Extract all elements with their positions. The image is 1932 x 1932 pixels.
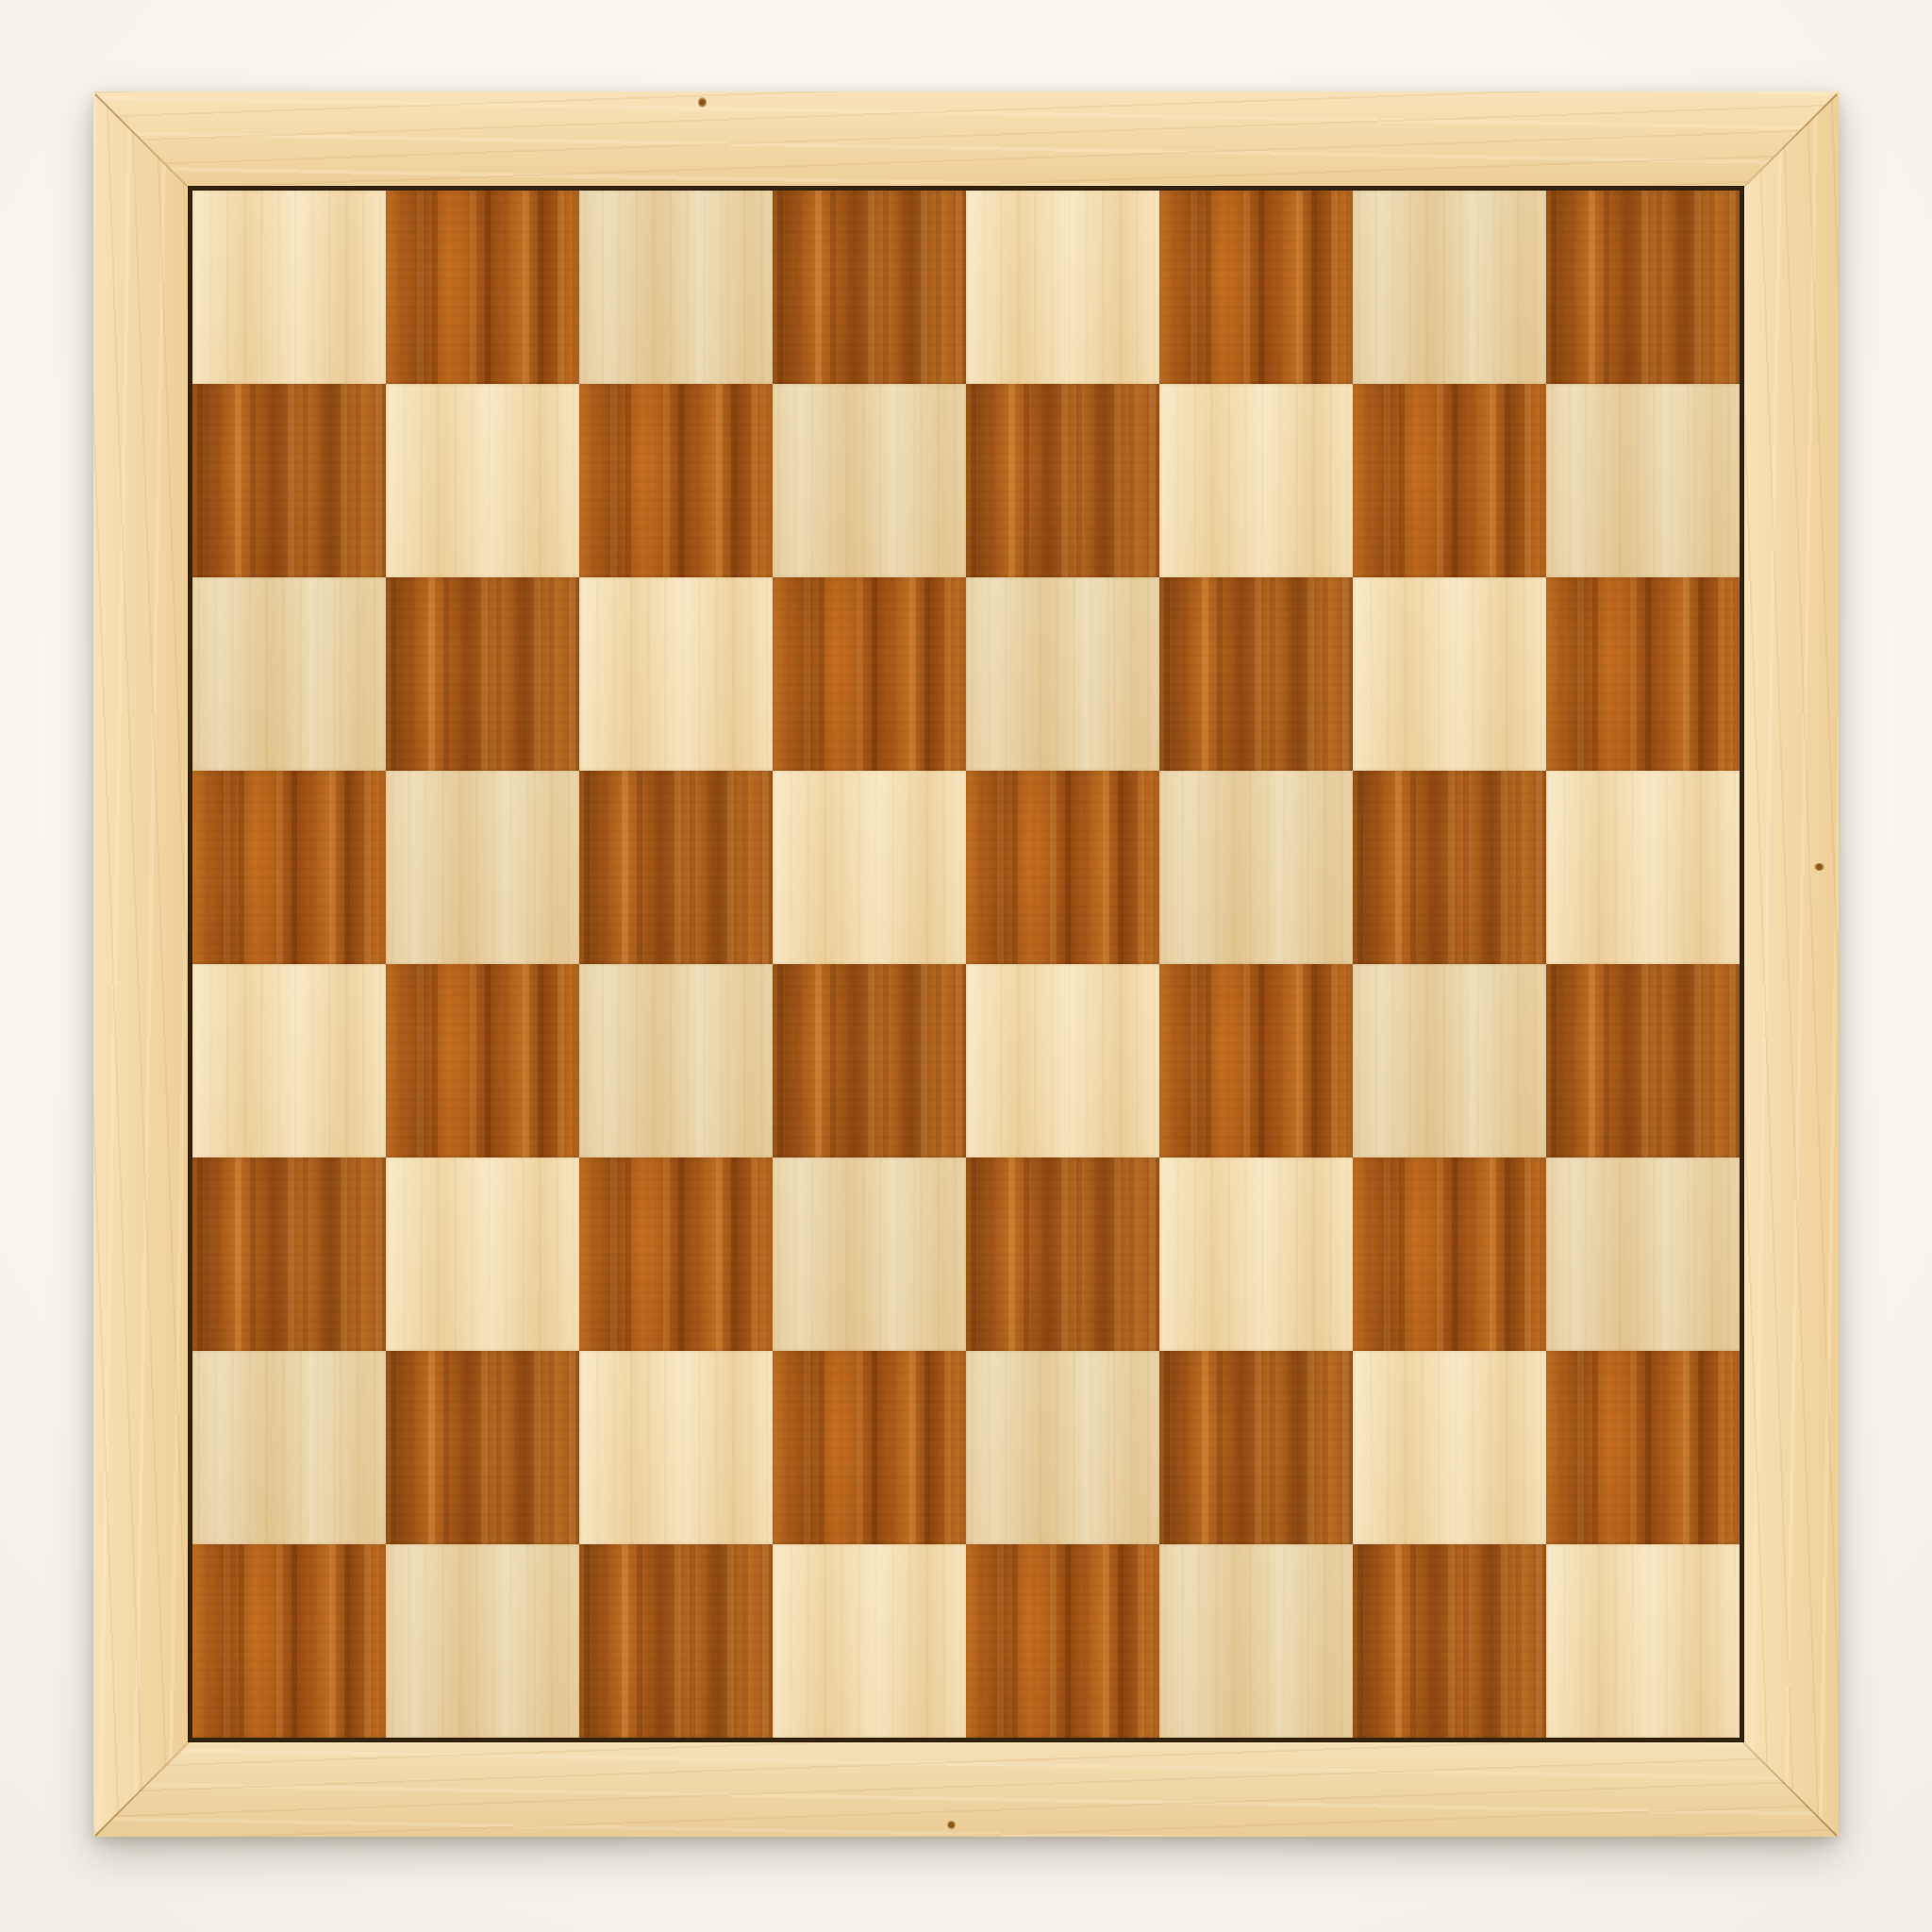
square-d5[interactable] [773,771,966,964]
square-d1[interactable] [773,1544,966,1738]
square-a5[interactable] [192,771,386,964]
square-g3[interactable] [1353,1158,1546,1351]
square-b4[interactable] [386,964,579,1158]
square-e8[interactable] [966,191,1159,384]
square-a6[interactable] [192,577,386,771]
square-c4[interactable] [579,964,773,1158]
square-e7[interactable] [966,384,1159,577]
square-d6[interactable] [773,577,966,771]
square-h6[interactable] [1546,577,1740,771]
square-f7[interactable] [1159,384,1353,577]
square-e4[interactable] [966,964,1159,1158]
square-h8[interactable] [1546,191,1740,384]
square-h1[interactable] [1546,1544,1740,1738]
square-a8[interactable] [192,191,386,384]
frame-left [93,92,188,1837]
square-h5[interactable] [1546,771,1740,964]
square-g4[interactable] [1353,964,1546,1158]
square-e6[interactable] [966,577,1159,771]
playing-field [188,186,1744,1742]
square-g1[interactable] [1353,1544,1546,1738]
square-e1[interactable] [966,1544,1159,1738]
square-h4[interactable] [1546,964,1740,1158]
square-h2[interactable] [1546,1351,1740,1544]
frame-top [93,92,1839,186]
square-a1[interactable] [192,1544,386,1738]
square-b7[interactable] [386,384,579,577]
square-d7[interactable] [773,384,966,577]
square-c3[interactable] [579,1158,773,1351]
square-a7[interactable] [192,384,386,577]
square-c5[interactable] [579,771,773,964]
square-g7[interactable] [1353,384,1546,577]
square-h3[interactable] [1546,1158,1740,1351]
frame-bottom [93,1742,1839,1837]
square-b5[interactable] [386,771,579,964]
square-a4[interactable] [192,964,386,1158]
square-d4[interactable] [773,964,966,1158]
square-h7[interactable] [1546,384,1740,577]
square-g8[interactable] [1353,191,1546,384]
square-d3[interactable] [773,1158,966,1351]
square-c7[interactable] [579,384,773,577]
square-d8[interactable] [773,191,966,384]
square-a3[interactable] [192,1158,386,1351]
square-g5[interactable] [1353,771,1546,964]
square-b1[interactable] [386,1544,579,1738]
square-f6[interactable] [1159,577,1353,771]
frame-right [1744,92,1839,1837]
square-g2[interactable] [1353,1351,1546,1544]
square-f3[interactable] [1159,1158,1353,1351]
square-b3[interactable] [386,1158,579,1351]
square-b6[interactable] [386,577,579,771]
square-c6[interactable] [579,577,773,771]
square-f2[interactable] [1159,1351,1353,1544]
square-f8[interactable] [1159,191,1353,384]
square-a2[interactable] [192,1351,386,1544]
square-g6[interactable] [1353,577,1546,771]
square-e3[interactable] [966,1158,1159,1351]
square-e5[interactable] [966,771,1159,964]
square-c2[interactable] [579,1351,773,1544]
square-f1[interactable] [1159,1544,1353,1738]
square-e2[interactable] [966,1351,1159,1544]
photo-background [0,0,1932,1932]
square-c1[interactable] [579,1544,773,1738]
square-c8[interactable] [579,191,773,384]
square-f5[interactable] [1159,771,1353,964]
square-b8[interactable] [386,191,579,384]
square-b2[interactable] [386,1351,579,1544]
square-f4[interactable] [1159,964,1353,1158]
chessboard [93,92,1839,1837]
square-d2[interactable] [773,1351,966,1544]
